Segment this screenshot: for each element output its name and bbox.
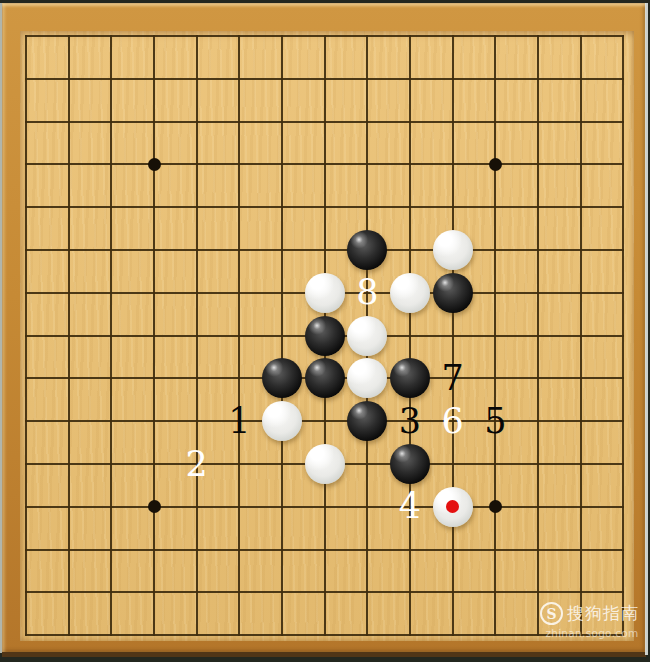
grid-line-horizontal [25,506,624,508]
last-move-red-dot [446,500,459,513]
stone-black [262,358,302,398]
sogou-logo-icon: S [540,602,563,625]
stone-white [347,358,387,398]
stone-black [347,230,387,270]
sogou-logo-letter: S [546,606,556,622]
move-label: 5 [473,399,517,443]
grid-line-vertical [494,35,496,636]
move-label: 8 [345,271,389,315]
grid-line-horizontal [25,549,624,551]
grid-line-horizontal [25,591,624,593]
star-point [148,500,161,513]
star-point [489,158,502,171]
stone-white [305,273,345,313]
grid-line-vertical [622,35,624,636]
stone-black [433,273,473,313]
stone-white [433,487,473,527]
move-label: 7 [431,356,475,400]
star-point [148,158,161,171]
move-label: 6 [431,399,475,443]
grid-line-vertical [580,35,582,636]
grid-line-horizontal [25,420,624,422]
stone-black [347,401,387,441]
move-label: 3 [388,399,432,443]
stone-white [305,444,345,484]
star-point [489,500,502,513]
watermark-brand-row: S 搜狗指南 [540,602,644,625]
grid-line-vertical [452,35,454,636]
move-label: 4 [388,485,432,529]
gomoku-diagram: 12345678 S 搜狗指南 zhinan.sogo.com [0,0,650,662]
grid-line-horizontal [25,634,624,636]
watermark-brand: 搜狗指南 [567,602,639,625]
watermark-url: zhinan.sogo.com [540,627,644,639]
stone-white [433,230,473,270]
stone-black [390,444,430,484]
stone-white [262,401,302,441]
board-grid: 12345678 [0,0,650,662]
grid-line-vertical [409,35,411,636]
move-label: 1 [217,399,261,443]
watermark: S 搜狗指南 zhinan.sogo.com [540,602,644,639]
stone-white [390,273,430,313]
move-label: 2 [175,442,219,486]
stone-black [305,316,345,356]
stone-black [305,358,345,398]
stone-white [347,316,387,356]
stone-black [390,358,430,398]
grid-line-vertical [537,35,539,636]
